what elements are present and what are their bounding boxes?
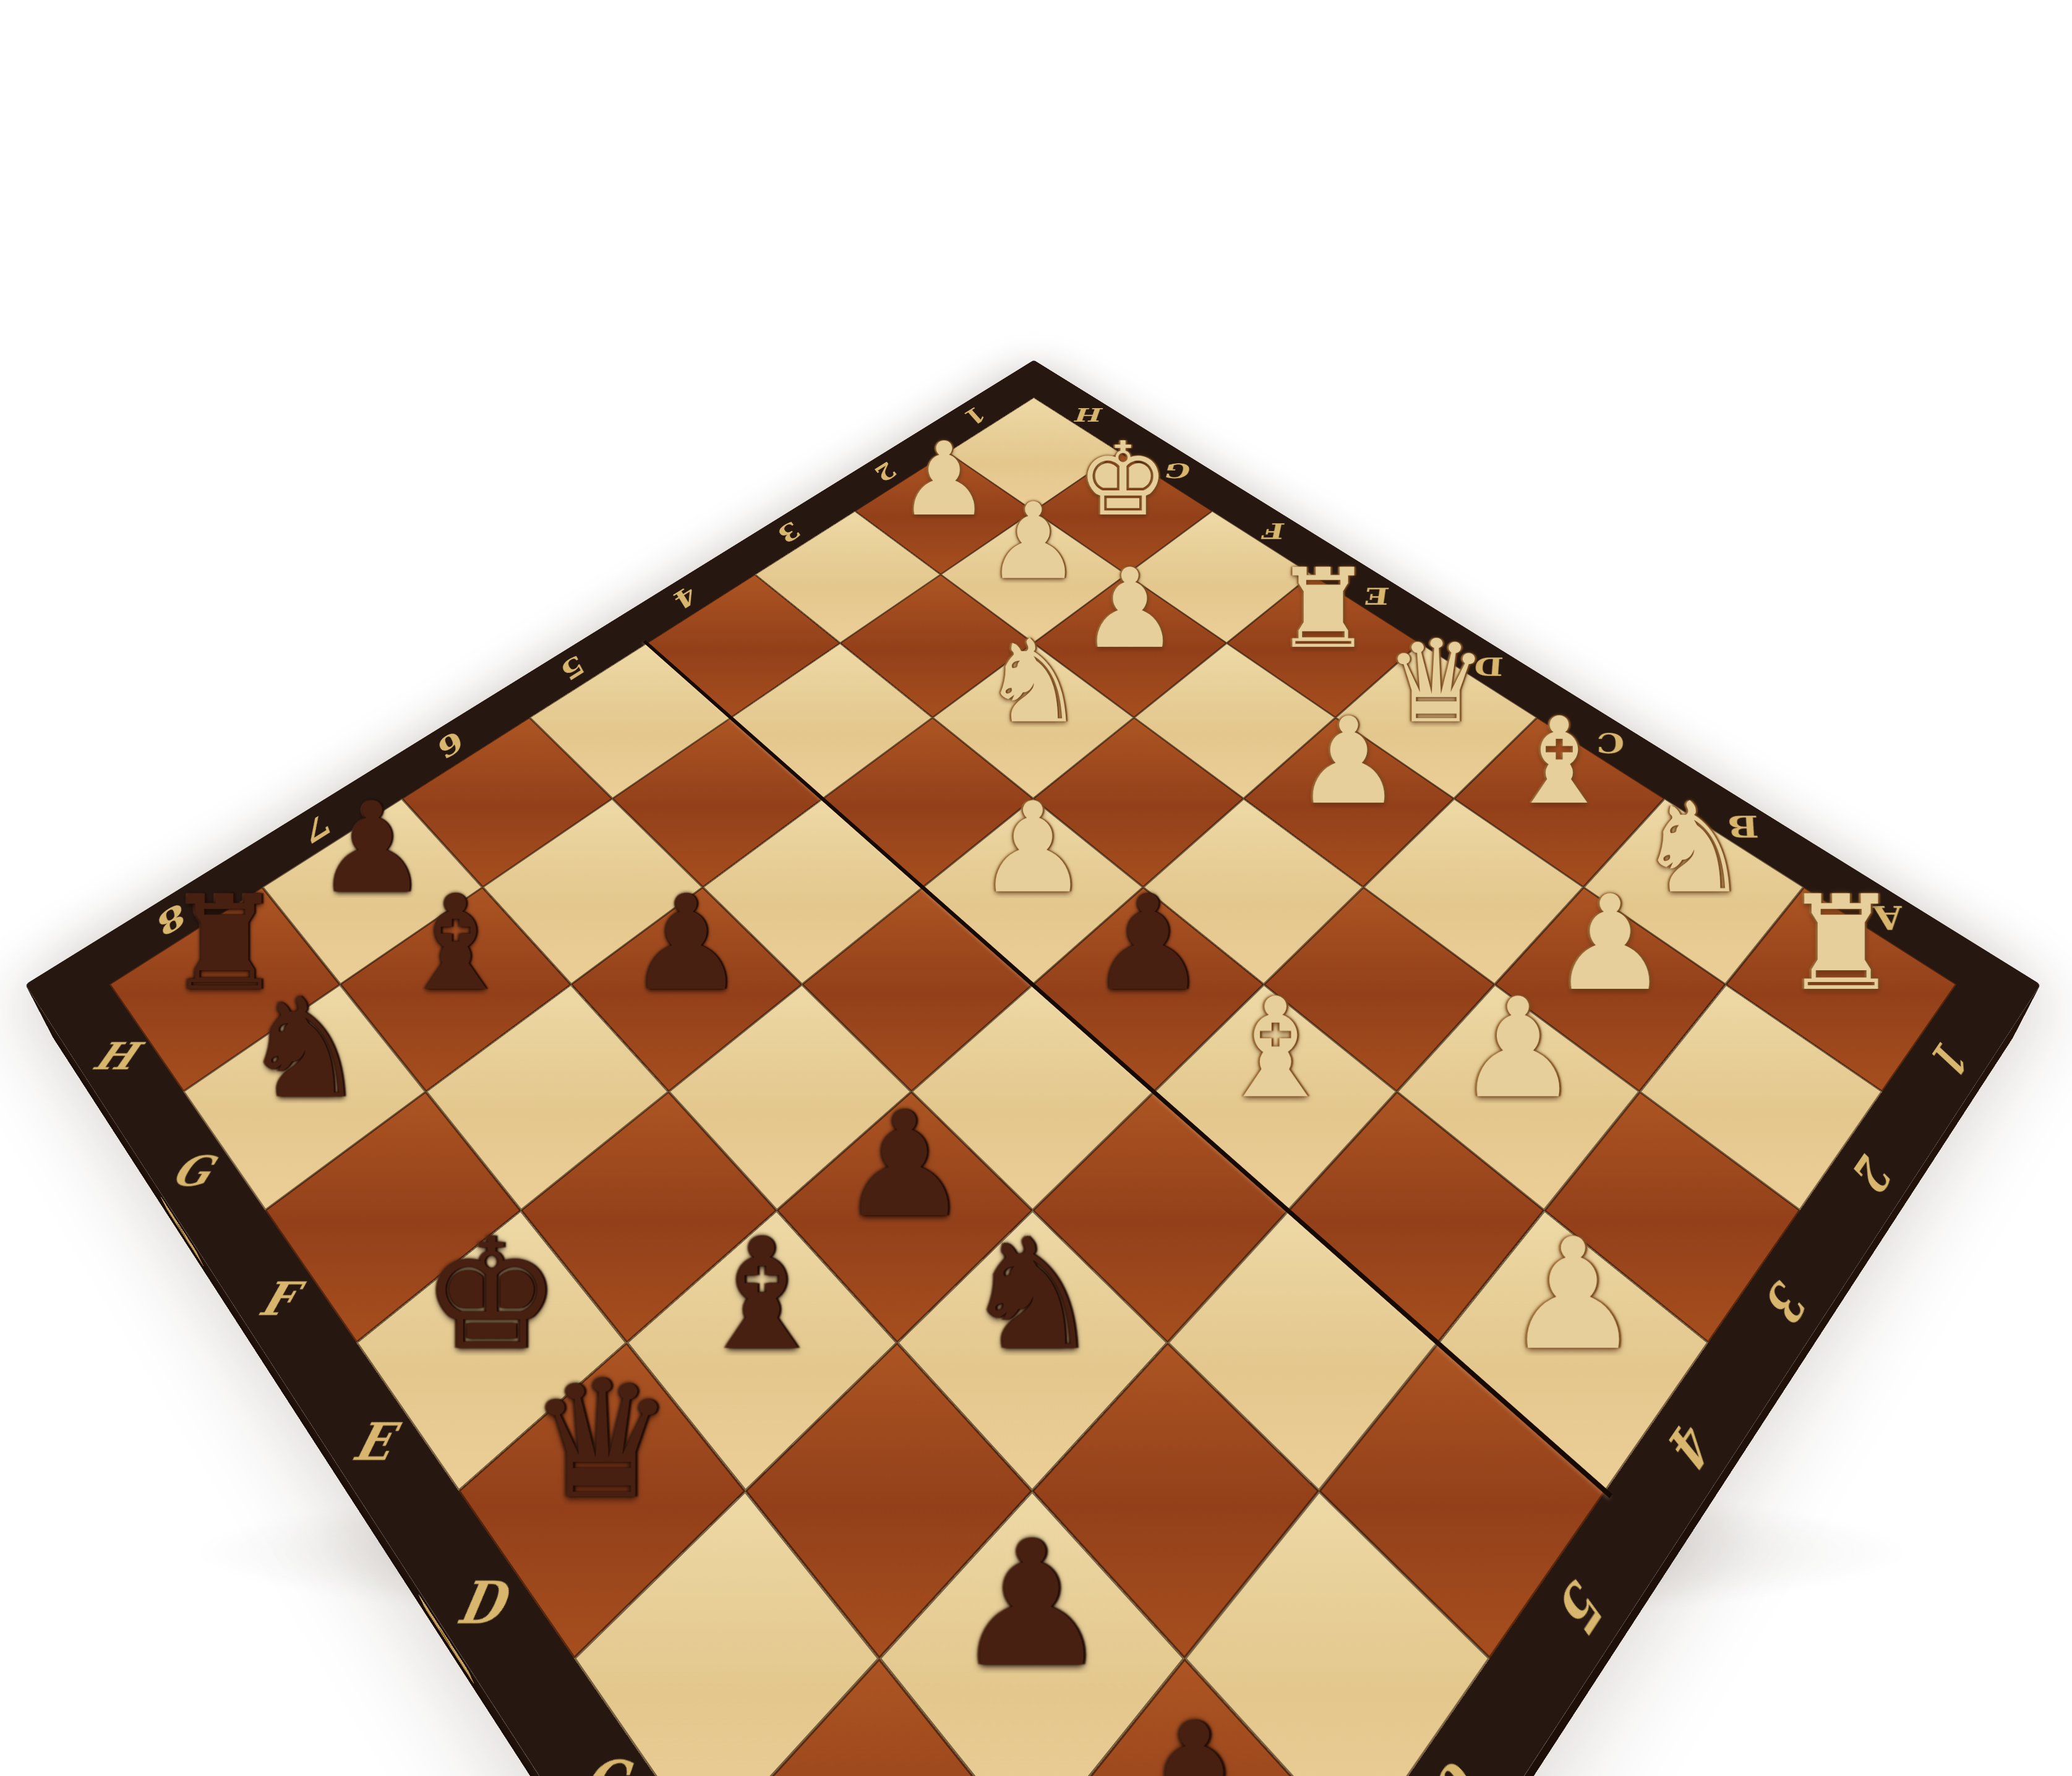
square-g4[interactable] xyxy=(731,643,933,799)
product-photo-stage: ♚♜♛♝♞♜♟♟♟♟♟♞♟♟♟♝♟♟♟♞♟♝♝♟♟♜♞♚♛♜ 1H1H2G2G3… xyxy=(0,0,2072,1776)
square-e2[interactable] xyxy=(1134,643,1336,799)
rank-label-left-6: 6 xyxy=(416,714,490,772)
file-label-bottom-F: F xyxy=(232,1265,322,1334)
knight-glyph: ♞ xyxy=(963,625,1103,739)
square-f2[interactable]: ♟ xyxy=(1034,574,1227,717)
square-g3[interactable] xyxy=(840,574,1033,717)
square-e3[interactable] xyxy=(1033,717,1243,887)
square-g5[interactable] xyxy=(612,717,823,887)
pawn-glyph: ♟ xyxy=(1434,980,1603,1118)
square-d8[interactable]: ♛ xyxy=(458,1343,745,1659)
bishop-glyph: ♝ xyxy=(1191,980,1360,1118)
brass-clasp-icon xyxy=(417,1592,476,1686)
file-label-top-B: B xyxy=(1711,804,1782,848)
file-label-bottom-D: D xyxy=(433,1560,528,1647)
rook-glyph: ♜ xyxy=(1761,878,1922,1009)
pawn-glyph: ♟ xyxy=(606,878,767,1009)
square-a1[interactable]: ♜ xyxy=(1726,887,1956,1092)
bishop-glyph: ♝ xyxy=(375,878,536,1009)
rank-label-left-2: 2 xyxy=(855,450,918,492)
scene: ♚♜♛♝♞♜♟♟♟♟♟♞♟♟♟♝♟♟♟♞♟♝♝♟♟♜♞♚♛♜ 1H1H2G2G3… xyxy=(0,0,2072,1776)
pawn-glyph: ♟ xyxy=(969,489,1098,594)
knight-glyph: ♞ xyxy=(938,1218,1127,1372)
file-label-top-F: F xyxy=(1251,514,1302,547)
pawn-glyph: ♟ xyxy=(926,1518,1139,1691)
rank-label-left-3: 3 xyxy=(758,508,824,554)
knight-glyph: ♞ xyxy=(220,980,389,1118)
chess-board: ♚♜♛♝♞♜♟♟♟♟♟♞♟♟♟♝♟♟♟♞♟♝♝♟♟♜♞♚♛♜ 1H1H2G2G3… xyxy=(25,360,2040,1776)
file-label-top-D: D xyxy=(1462,647,1522,685)
rank-label-left-5: 5 xyxy=(539,640,610,693)
brass-clasp-icon xyxy=(159,1194,205,1269)
square-f3[interactable]: ♞ xyxy=(933,643,1134,799)
file-label-top-G: G xyxy=(1157,456,1204,485)
rank-label-left-1: 1 xyxy=(946,395,1007,435)
rank-label-left-7: 7 xyxy=(281,795,359,858)
square-d2[interactable]: ♟ xyxy=(1244,717,1454,887)
file-label-top-E: E xyxy=(1352,579,1408,613)
rank-label-left-4: 4 xyxy=(653,571,722,621)
board-position-wrapper: ♚♜♛♝♞♜♟♟♟♟♟♞♟♟♟♝♟♟♟♞♟♝♝♟♟♜♞♚♛♜ 1H1H2G2G3… xyxy=(320,272,1745,1697)
queen-glyph: ♛ xyxy=(502,1359,702,1522)
pawn-glyph: ♟ xyxy=(1063,554,1197,664)
file-label-top-C: C xyxy=(1581,722,1646,763)
file-label-bottom-E: E xyxy=(327,1404,419,1482)
file-label-top-H: H xyxy=(1069,401,1113,429)
bishop-glyph: ♝ xyxy=(668,1218,857,1372)
pawn-glyph: ♟ xyxy=(1479,1218,1667,1372)
board-grid: ♚♜♛♝♞♜♟♟♟♟♟♞♟♟♟♝♟♟♟♞♟♝♝♟♟♜♞♚♛♜ xyxy=(109,398,1957,1776)
pawn-glyph: ♟ xyxy=(1275,702,1422,821)
pawn-glyph: ♟ xyxy=(1081,1699,1308,1776)
square-f4[interactable] xyxy=(823,717,1033,887)
square-g2[interactable]: ♟ xyxy=(941,511,1126,643)
